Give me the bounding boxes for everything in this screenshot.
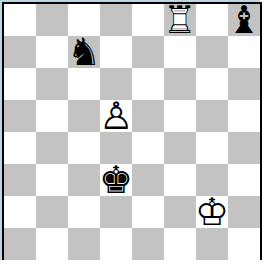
square-h7[interactable] [228,36,260,68]
square-b6[interactable] [36,68,68,100]
piece-white-rook-f8[interactable]: ♜♖ [164,4,196,36]
square-e6[interactable] [132,68,164,100]
square-b1[interactable] [36,228,68,260]
piece-white-pawn-d5[interactable]: ♟♙ [100,100,132,132]
square-a8[interactable] [4,4,36,36]
square-c5[interactable] [68,100,100,132]
square-e8[interactable] [132,4,164,36]
square-b5[interactable] [36,100,68,132]
square-g8[interactable] [196,4,228,36]
square-g6[interactable] [196,68,228,100]
square-a7[interactable] [4,36,36,68]
square-d7[interactable] [100,36,132,68]
chess-board: ♜♖♝♞♟♙♚♚♔ [2,2,262,260]
black-king-glyph: ♚ [100,164,132,196]
square-c4[interactable] [68,132,100,164]
square-c7[interactable]: ♞ [68,36,100,68]
piece-white-king-g2[interactable]: ♚♔ [196,196,228,228]
square-e3[interactable] [132,164,164,196]
square-d3[interactable]: ♚ [100,164,132,196]
square-f1[interactable] [164,228,196,260]
square-f4[interactable] [164,132,196,164]
square-f3[interactable] [164,164,196,196]
square-e1[interactable] [132,228,164,260]
square-e7[interactable] [132,36,164,68]
white-king-outline-glyph: ♔ [196,196,228,228]
square-b8[interactable] [36,4,68,36]
square-c6[interactable] [68,68,100,100]
square-g4[interactable] [196,132,228,164]
square-d8[interactable] [100,4,132,36]
square-f2[interactable] [164,196,196,228]
square-f7[interactable] [164,36,196,68]
square-b7[interactable] [36,36,68,68]
black-bishop-glyph: ♝ [228,4,260,36]
piece-black-bishop-h8[interactable]: ♝ [228,4,260,36]
piece-black-knight-c7[interactable]: ♞ [68,36,100,68]
square-h3[interactable] [228,164,260,196]
square-g1[interactable] [196,228,228,260]
piece-black-king-d3[interactable]: ♚ [100,164,132,196]
square-h8[interactable]: ♝ [228,4,260,36]
square-a5[interactable] [4,100,36,132]
white-rook-outline-glyph: ♖ [164,4,196,36]
board-frame: ♜♖♝♞♟♙♚♚♔ [0,0,260,260]
square-c3[interactable] [68,164,100,196]
square-d1[interactable] [100,228,132,260]
square-g2[interactable]: ♚♔ [196,196,228,228]
square-h5[interactable] [228,100,260,132]
square-a4[interactable] [4,132,36,164]
square-b3[interactable] [36,164,68,196]
square-d5[interactable]: ♟♙ [100,100,132,132]
square-a6[interactable] [4,68,36,100]
square-h1[interactable] [228,228,260,260]
white-pawn-outline-glyph: ♙ [100,100,132,132]
square-f8[interactable]: ♜♖ [164,4,196,36]
square-d2[interactable] [100,196,132,228]
square-a1[interactable] [4,228,36,260]
square-e5[interactable] [132,100,164,132]
square-e4[interactable] [132,132,164,164]
black-knight-glyph: ♞ [68,36,100,68]
square-f6[interactable] [164,68,196,100]
square-a3[interactable] [4,164,36,196]
square-c1[interactable] [68,228,100,260]
square-g7[interactable] [196,36,228,68]
square-c2[interactable] [68,196,100,228]
square-h4[interactable] [228,132,260,164]
square-h2[interactable] [228,196,260,228]
square-g5[interactable] [196,100,228,132]
square-e2[interactable] [132,196,164,228]
square-h6[interactable] [228,68,260,100]
square-a2[interactable] [4,196,36,228]
square-f5[interactable] [164,100,196,132]
square-b2[interactable] [36,196,68,228]
square-b4[interactable] [36,132,68,164]
